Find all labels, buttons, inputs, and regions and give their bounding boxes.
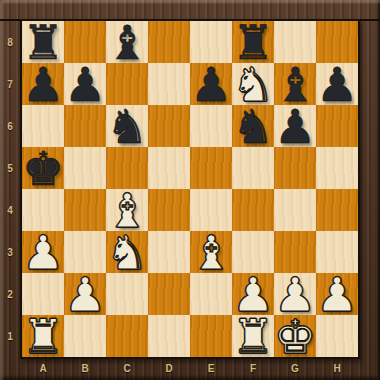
square-f1[interactable]: ♜ bbox=[232, 315, 274, 357]
white-bishop-e3[interactable]: ♝ bbox=[190, 232, 232, 274]
square-a7[interactable]: ♟ bbox=[22, 63, 64, 105]
rank-label-2: 2 bbox=[0, 273, 20, 315]
rank-label-4: 4 bbox=[0, 189, 20, 231]
square-d5[interactable] bbox=[148, 147, 190, 189]
file-label-a: A bbox=[22, 358, 64, 379]
square-h1[interactable] bbox=[316, 315, 358, 357]
black-pawn-b7[interactable]: ♟ bbox=[64, 64, 106, 106]
file-label-e: E bbox=[190, 358, 232, 379]
black-pawn-a7[interactable]: ♟ bbox=[22, 64, 64, 106]
black-king-a5[interactable]: ♚ bbox=[22, 148, 64, 190]
square-g5[interactable] bbox=[274, 147, 316, 189]
square-g6[interactable]: ♟ bbox=[274, 105, 316, 147]
white-pawn-b2[interactable]: ♟ bbox=[64, 274, 106, 316]
black-pawn-g6[interactable]: ♟ bbox=[274, 106, 316, 148]
square-c6[interactable]: ♞ bbox=[106, 105, 148, 147]
white-rook-f1[interactable]: ♜ bbox=[232, 316, 274, 358]
square-d8[interactable] bbox=[148, 21, 190, 63]
square-e2[interactable] bbox=[190, 273, 232, 315]
black-pawn-h7[interactable]: ♟ bbox=[316, 64, 358, 106]
square-f4[interactable] bbox=[232, 189, 274, 231]
file-labels: ABCDEFGH bbox=[22, 358, 358, 379]
square-d4[interactable] bbox=[148, 189, 190, 231]
white-pawn-a3[interactable]: ♟ bbox=[22, 232, 64, 274]
square-g1[interactable]: ♚ bbox=[274, 315, 316, 357]
square-b6[interactable] bbox=[64, 105, 106, 147]
black-knight-f6[interactable]: ♞ bbox=[232, 106, 274, 148]
square-h6[interactable] bbox=[316, 105, 358, 147]
white-rook-a1[interactable]: ♜ bbox=[22, 316, 64, 358]
square-b4[interactable] bbox=[64, 189, 106, 231]
black-bishop-c8[interactable]: ♝ bbox=[106, 22, 148, 64]
square-d6[interactable] bbox=[148, 105, 190, 147]
black-knight-c6[interactable]: ♞ bbox=[106, 106, 148, 148]
rank-label-7: 7 bbox=[0, 63, 20, 105]
white-knight-c3[interactable]: ♞ bbox=[106, 232, 148, 274]
square-g4[interactable] bbox=[274, 189, 316, 231]
rank-label-5: 5 bbox=[0, 147, 20, 189]
file-label-f: F bbox=[232, 358, 274, 379]
square-c8[interactable]: ♝ bbox=[106, 21, 148, 63]
file-label-d: D bbox=[148, 358, 190, 379]
square-d3[interactable] bbox=[148, 231, 190, 273]
square-b5[interactable] bbox=[64, 147, 106, 189]
square-c2[interactable] bbox=[106, 273, 148, 315]
square-e7[interactable]: ♟ bbox=[190, 63, 232, 105]
square-h2[interactable]: ♟ bbox=[316, 273, 358, 315]
rank-label-3: 3 bbox=[0, 231, 20, 273]
square-h5[interactable] bbox=[316, 147, 358, 189]
file-label-c: C bbox=[106, 358, 148, 379]
square-b1[interactable] bbox=[64, 315, 106, 357]
square-b2[interactable]: ♟ bbox=[64, 273, 106, 315]
square-d2[interactable] bbox=[148, 273, 190, 315]
square-e1[interactable] bbox=[190, 315, 232, 357]
square-c3[interactable]: ♞ bbox=[106, 231, 148, 273]
black-pawn-e7[interactable]: ♟ bbox=[190, 64, 232, 106]
square-b7[interactable]: ♟ bbox=[64, 63, 106, 105]
square-d1[interactable] bbox=[148, 315, 190, 357]
rank-label-1: 1 bbox=[0, 315, 20, 357]
rank-label-6: 6 bbox=[0, 105, 20, 147]
square-e3[interactable]: ♝ bbox=[190, 231, 232, 273]
file-label-b: B bbox=[64, 358, 106, 379]
rank-label-8: 8 bbox=[0, 21, 20, 63]
square-e6[interactable] bbox=[190, 105, 232, 147]
chess-board: ♜♝♜♟♟♟♞♝♟♞♞♟♚♝♟♞♝♟♟♟♟♜♜♚ bbox=[20, 19, 360, 359]
square-d7[interactable] bbox=[148, 63, 190, 105]
file-label-h: H bbox=[316, 358, 358, 379]
white-pawn-h2[interactable]: ♟ bbox=[316, 274, 358, 316]
square-h4[interactable] bbox=[316, 189, 358, 231]
chess-app: 87654321 ♜♝♜♟♟♟♞♝♟♞♞♟♚♝♟♞♝♟♟♟♟♜♜♚ ABCDEF… bbox=[0, 0, 380, 380]
square-a3[interactable]: ♟ bbox=[22, 231, 64, 273]
square-f5[interactable] bbox=[232, 147, 274, 189]
square-a1[interactable]: ♜ bbox=[22, 315, 64, 357]
square-h7[interactable]: ♟ bbox=[316, 63, 358, 105]
file-label-g: G bbox=[274, 358, 316, 379]
square-a5[interactable]: ♚ bbox=[22, 147, 64, 189]
square-e5[interactable] bbox=[190, 147, 232, 189]
rank-labels: 87654321 bbox=[0, 21, 20, 357]
square-c1[interactable] bbox=[106, 315, 148, 357]
white-king-g1[interactable]: ♚ bbox=[274, 316, 316, 358]
square-f6[interactable]: ♞ bbox=[232, 105, 274, 147]
